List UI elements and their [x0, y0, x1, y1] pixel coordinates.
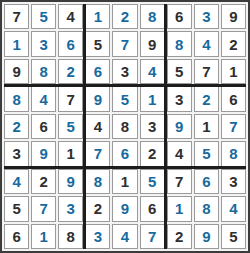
cell-r5c2[interactable]: 6 [31, 114, 56, 139]
cell-r5c3[interactable]: 5 [58, 114, 83, 139]
cell-r4c8[interactable]: 2 [194, 86, 219, 111]
cell-r1c5[interactable]: 2 [112, 4, 137, 29]
cell-r8c4[interactable]: 2 [85, 196, 110, 221]
cell-r4c6[interactable]: 1 [140, 86, 165, 111]
sudoku-board: 7541286391365798429826345718479513262654… [0, 0, 250, 253]
cell-r5c5[interactable]: 8 [112, 114, 137, 139]
cell-r5c6[interactable]: 3 [140, 114, 165, 139]
cell-r7c3[interactable]: 9 [58, 169, 83, 194]
cell-r6c2[interactable]: 9 [31, 141, 56, 166]
cell-r3c2[interactable]: 8 [31, 59, 56, 84]
cell-r4c3[interactable]: 7 [58, 86, 83, 111]
cell-r2c8[interactable]: 4 [194, 31, 219, 56]
cell-r8c9[interactable]: 4 [221, 196, 246, 221]
box-divider-horizontal-2 [4, 166, 246, 169]
cell-r7c8[interactable]: 6 [194, 169, 219, 194]
cell-r4c5[interactable]: 5 [112, 86, 137, 111]
cell-r6c5[interactable]: 6 [112, 141, 137, 166]
cell-r3c1[interactable]: 9 [4, 59, 29, 84]
cell-r6c6[interactable]: 2 [140, 141, 165, 166]
cell-r4c4[interactable]: 9 [85, 86, 110, 111]
cell-r3c7[interactable]: 5 [167, 59, 192, 84]
cell-r9c1[interactable]: 6 [4, 224, 29, 249]
cell-r1c2[interactable]: 5 [31, 4, 56, 29]
cell-r8c5[interactable]: 9 [112, 196, 137, 221]
cell-r2c7[interactable]: 8 [167, 31, 192, 56]
cell-r3c3[interactable]: 2 [58, 59, 83, 84]
cell-r3c5[interactable]: 3 [112, 59, 137, 84]
cell-r6c9[interactable]: 8 [221, 141, 246, 166]
box-divider-horizontal-1 [4, 84, 246, 87]
cell-r9c8[interactable]: 9 [194, 224, 219, 249]
cell-r5c9[interactable]: 7 [221, 114, 246, 139]
cell-r2c4[interactable]: 5 [85, 31, 110, 56]
cell-r2c5[interactable]: 7 [112, 31, 137, 56]
cell-r4c2[interactable]: 4 [31, 86, 56, 111]
cell-r9c3[interactable]: 8 [58, 224, 83, 249]
cell-r6c8[interactable]: 5 [194, 141, 219, 166]
cell-r2c1[interactable]: 1 [4, 31, 29, 56]
cell-r3c9[interactable]: 1 [221, 59, 246, 84]
cell-r2c9[interactable]: 2 [221, 31, 246, 56]
cell-r4c9[interactable]: 6 [221, 86, 246, 111]
cell-r9c5[interactable]: 4 [112, 224, 137, 249]
cell-r1c7[interactable]: 6 [167, 4, 192, 29]
page: 7541286391365798429826345718479513262654… [0, 0, 250, 253]
cell-r8c3[interactable]: 3 [58, 196, 83, 221]
cell-r6c4[interactable]: 7 [85, 141, 110, 166]
box-divider-vertical-2 [164, 4, 167, 249]
cell-r9c2[interactable]: 1 [31, 224, 56, 249]
cell-r8c7[interactable]: 1 [167, 196, 192, 221]
cell-r5c7[interactable]: 9 [167, 114, 192, 139]
cell-r9c4[interactable]: 3 [85, 224, 110, 249]
cell-r6c7[interactable]: 4 [167, 141, 192, 166]
cell-r5c4[interactable]: 4 [85, 114, 110, 139]
cell-r3c8[interactable]: 7 [194, 59, 219, 84]
cell-r7c6[interactable]: 5 [140, 169, 165, 194]
sudoku-grid: 7541286391365798429826345718479513262654… [4, 4, 246, 249]
cell-r7c5[interactable]: 1 [112, 169, 137, 194]
cell-r7c1[interactable]: 4 [4, 169, 29, 194]
cell-r1c9[interactable]: 9 [221, 4, 246, 29]
cell-r1c1[interactable]: 7 [4, 4, 29, 29]
cell-r2c6[interactable]: 9 [140, 31, 165, 56]
cell-r9c9[interactable]: 5 [221, 224, 246, 249]
cell-r1c3[interactable]: 4 [58, 4, 83, 29]
cell-r8c6[interactable]: 6 [140, 196, 165, 221]
cell-r8c8[interactable]: 8 [194, 196, 219, 221]
cell-r7c4[interactable]: 8 [85, 169, 110, 194]
cell-r7c7[interactable]: 7 [167, 169, 192, 194]
cell-r1c6[interactable]: 8 [140, 4, 165, 29]
cell-r2c3[interactable]: 6 [58, 31, 83, 56]
cell-r8c2[interactable]: 7 [31, 196, 56, 221]
cell-r4c7[interactable]: 3 [167, 86, 192, 111]
cell-r5c1[interactable]: 2 [4, 114, 29, 139]
cell-r7c2[interactable]: 2 [31, 169, 56, 194]
cell-r3c4[interactable]: 6 [85, 59, 110, 84]
cell-r9c6[interactable]: 7 [140, 224, 165, 249]
box-divider-vertical-1 [83, 4, 86, 249]
cell-r2c2[interactable]: 3 [31, 31, 56, 56]
cell-r8c1[interactable]: 5 [4, 196, 29, 221]
cell-r3c6[interactable]: 4 [140, 59, 165, 84]
cell-r6c1[interactable]: 3 [4, 141, 29, 166]
cell-r7c9[interactable]: 3 [221, 169, 246, 194]
cell-r5c8[interactable]: 1 [194, 114, 219, 139]
cell-r1c8[interactable]: 3 [194, 4, 219, 29]
cell-r6c3[interactable]: 1 [58, 141, 83, 166]
cell-r1c4[interactable]: 1 [85, 4, 110, 29]
cell-r4c1[interactable]: 8 [4, 86, 29, 111]
cell-r9c7[interactable]: 2 [167, 224, 192, 249]
